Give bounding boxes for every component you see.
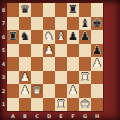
square-h3[interactable] <box>91 71 103 85</box>
square-f7[interactable] <box>67 17 79 31</box>
piece-black-queen[interactable]: ♛ <box>20 4 30 15</box>
square-b8[interactable]: ♛ <box>19 3 31 17</box>
square-c1[interactable] <box>31 98 43 112</box>
square-b6[interactable]: ♞ <box>19 30 31 44</box>
square-h8[interactable] <box>91 3 103 17</box>
square-c2[interactable]: ♛ <box>31 84 43 98</box>
square-h1[interactable] <box>91 98 103 112</box>
square-d4[interactable] <box>43 57 55 71</box>
square-d6[interactable]: ♞ <box>43 30 55 44</box>
square-f6[interactable]: ♟ <box>67 30 79 44</box>
square-a4[interactable] <box>7 57 19 71</box>
file-label-d: D <box>43 111 55 120</box>
rank-label-3: 3 <box>0 71 7 85</box>
square-h4[interactable]: ♟ <box>91 57 103 71</box>
square-b3[interactable]: ♟ <box>19 71 31 85</box>
piece-black-pawn[interactable]: ♟ <box>92 44 102 55</box>
piece-black-rook[interactable]: ♜ <box>8 31 18 42</box>
piece-white-pawn[interactable]: ♟ <box>92 58 102 69</box>
piece-black-pawn[interactable]: ♟ <box>68 31 78 42</box>
square-e5[interactable] <box>55 44 67 58</box>
square-f8[interactable]: ♜ <box>67 3 79 17</box>
square-c5[interactable] <box>31 44 43 58</box>
rank-label-5: 5 <box>0 44 7 58</box>
file-label-e: E <box>55 111 67 120</box>
square-e2[interactable] <box>55 84 67 98</box>
piece-black-rook[interactable]: ♜ <box>68 4 78 15</box>
square-a8[interactable] <box>7 3 19 17</box>
piece-white-pawn[interactable]: ♟ <box>20 85 30 96</box>
square-g8[interactable] <box>79 3 91 17</box>
rank-label-8: 8 <box>0 3 7 17</box>
square-e4[interactable] <box>55 57 67 71</box>
square-d5[interactable]: ♟ <box>43 44 55 58</box>
piece-white-pawn[interactable]: ♟ <box>44 44 54 55</box>
piece-black-pawn[interactable]: ♟ <box>80 31 90 42</box>
square-g7[interactable]: ♝ <box>79 17 91 31</box>
file-label-b: B <box>19 111 31 120</box>
file-label-a: A <box>7 111 19 120</box>
square-h7[interactable]: ♚ <box>91 17 103 31</box>
piece-white-queen[interactable]: ♛ <box>32 85 42 96</box>
square-g2[interactable] <box>79 84 91 98</box>
chess-diagram-frame: 87654321 ♛♜♝♚♜♞♞♝♟♟♟♟♟♟♜♟♛♟♜♚ ABCDEFGH <box>0 0 120 120</box>
square-g4[interactable] <box>79 57 91 71</box>
square-b7[interactable] <box>19 17 31 31</box>
piece-white-rook[interactable]: ♜ <box>56 98 66 109</box>
square-g5[interactable] <box>79 44 91 58</box>
square-e8[interactable] <box>55 3 67 17</box>
piece-white-king[interactable]: ♚ <box>80 98 90 109</box>
square-h2[interactable] <box>91 84 103 98</box>
square-e7[interactable] <box>55 17 67 31</box>
file-label-c: C <box>31 111 43 120</box>
square-b5[interactable] <box>19 44 31 58</box>
square-f1[interactable] <box>67 98 79 112</box>
square-d2[interactable] <box>43 84 55 98</box>
piece-black-knight[interactable]: ♞ <box>20 31 30 42</box>
square-e3[interactable] <box>55 71 67 85</box>
square-b1[interactable] <box>19 98 31 112</box>
square-a3[interactable] <box>7 71 19 85</box>
piece-white-rook[interactable]: ♜ <box>80 71 90 82</box>
square-f5[interactable] <box>67 44 79 58</box>
piece-white-bishop[interactable]: ♝ <box>56 31 66 42</box>
rank-label-4: 4 <box>0 57 7 71</box>
square-g1[interactable]: ♚ <box>79 98 91 112</box>
piece-black-king[interactable]: ♚ <box>92 17 102 28</box>
file-label-f: F <box>67 111 79 120</box>
chess-board: ♛♜♝♚♜♞♞♝♟♟♟♟♟♟♜♟♛♟♜♚ <box>7 3 103 111</box>
square-c3[interactable] <box>31 71 43 85</box>
square-f3[interactable] <box>67 71 79 85</box>
piece-white-knight[interactable]: ♞ <box>44 31 54 42</box>
square-h6[interactable] <box>91 30 103 44</box>
square-f4[interactable] <box>67 57 79 71</box>
file-label-g: G <box>79 111 91 120</box>
file-labels: ABCDEFGH <box>7 111 103 120</box>
rank-label-7: 7 <box>0 17 7 31</box>
rank-label-1: 1 <box>0 98 7 112</box>
square-g3[interactable]: ♜ <box>79 71 91 85</box>
file-label-h: H <box>91 111 103 120</box>
square-d1[interactable] <box>43 98 55 112</box>
rank-label-6: 6 <box>0 30 7 44</box>
square-a6[interactable]: ♜ <box>7 30 19 44</box>
square-c6[interactable] <box>31 30 43 44</box>
square-a7[interactable] <box>7 17 19 31</box>
square-c4[interactable] <box>31 57 43 71</box>
square-b4[interactable] <box>19 57 31 71</box>
square-c8[interactable] <box>31 3 43 17</box>
piece-black-bishop[interactable]: ♝ <box>80 17 90 28</box>
square-a5[interactable] <box>7 44 19 58</box>
rank-labels: 87654321 <box>0 3 7 111</box>
square-e6[interactable]: ♝ <box>55 30 67 44</box>
square-a1[interactable] <box>7 98 19 112</box>
square-a2[interactable] <box>7 84 19 98</box>
square-g6[interactable]: ♟ <box>79 30 91 44</box>
piece-white-pawn[interactable]: ♟ <box>20 71 30 82</box>
square-d3[interactable] <box>43 71 55 85</box>
square-d7[interactable] <box>43 17 55 31</box>
square-e1[interactable]: ♜ <box>55 98 67 112</box>
square-c7[interactable] <box>31 17 43 31</box>
rank-label-2: 2 <box>0 84 7 98</box>
square-d8[interactable] <box>43 3 55 17</box>
square-h5[interactable]: ♟ <box>91 44 103 58</box>
piece-white-pawn[interactable]: ♟ <box>68 85 78 96</box>
square-b2[interactable]: ♟ <box>19 84 31 98</box>
square-f2[interactable]: ♟ <box>67 84 79 98</box>
